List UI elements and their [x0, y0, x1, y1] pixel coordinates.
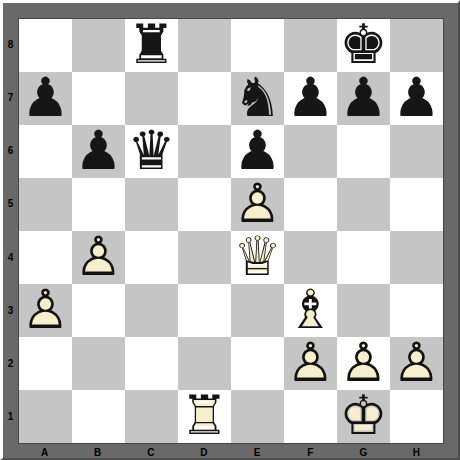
- square-h5[interactable]: [390, 178, 443, 231]
- square-h8[interactable]: [390, 19, 443, 72]
- white-pawn[interactable]: ♟♙: [390, 337, 443, 390]
- square-d4[interactable]: [178, 231, 231, 284]
- rank-label: 1: [3, 390, 18, 443]
- square-g8[interactable]: ♚: [337, 19, 390, 72]
- black-pawn[interactable]: ♟: [19, 72, 72, 125]
- square-g4[interactable]: [337, 231, 390, 284]
- square-h3[interactable]: [390, 284, 443, 337]
- square-b5[interactable]: [72, 178, 125, 231]
- square-a4[interactable]: [19, 231, 72, 284]
- square-f6[interactable]: [284, 125, 337, 178]
- black-pawn[interactable]: ♟: [231, 125, 284, 178]
- square-b6[interactable]: ♟: [72, 125, 125, 178]
- rank-label: 6: [3, 124, 18, 177]
- file-labels: ABCDEFGH: [18, 444, 443, 460]
- white-king[interactable]: ♚♔: [337, 390, 390, 443]
- black-pawn[interactable]: ♟: [390, 72, 443, 125]
- square-a7[interactable]: ♟: [19, 72, 72, 125]
- rank-label: 8: [3, 18, 18, 71]
- rank-label: 5: [3, 177, 18, 230]
- black-pawn[interactable]: ♟: [337, 72, 390, 125]
- square-g6[interactable]: [337, 125, 390, 178]
- square-b2[interactable]: [72, 337, 125, 390]
- square-c4[interactable]: [125, 231, 178, 284]
- square-d2[interactable]: [178, 337, 231, 390]
- square-g1[interactable]: ♚♔: [337, 390, 390, 443]
- file-label: A: [18, 444, 71, 460]
- square-e6[interactable]: ♟: [231, 125, 284, 178]
- rank-label: 2: [3, 337, 18, 390]
- white-queen[interactable]: ♛♕: [231, 231, 284, 284]
- square-g7[interactable]: ♟: [337, 72, 390, 125]
- white-pawn[interactable]: ♟♙: [284, 337, 337, 390]
- square-e7[interactable]: ♞: [231, 72, 284, 125]
- square-c2[interactable]: [125, 337, 178, 390]
- square-e1[interactable]: [231, 390, 284, 443]
- square-h2[interactable]: ♟♙: [390, 337, 443, 390]
- rank-label: 3: [3, 284, 18, 337]
- square-f3[interactable]: ♝♗: [284, 284, 337, 337]
- square-d8[interactable]: [178, 19, 231, 72]
- square-b3[interactable]: [72, 284, 125, 337]
- square-b1[interactable]: [72, 390, 125, 443]
- square-b4[interactable]: ♟♙: [72, 231, 125, 284]
- rank-label: 4: [3, 231, 18, 284]
- square-e4[interactable]: ♛♕: [231, 231, 284, 284]
- black-pawn[interactable]: ♟: [284, 72, 337, 125]
- file-label: H: [390, 444, 443, 460]
- square-a3[interactable]: ♟♙: [19, 284, 72, 337]
- square-d7[interactable]: [178, 72, 231, 125]
- file-label: D: [177, 444, 230, 460]
- square-g3[interactable]: [337, 284, 390, 337]
- square-b7[interactable]: [72, 72, 125, 125]
- square-f2[interactable]: ♟♙: [284, 337, 337, 390]
- rank-label: 7: [3, 71, 18, 124]
- board-frame: 87654321 ♜♚♟♞♟♟♟♟♛♟♟♙♟♙♛♕♟♙♝♗♟♙♟♙♟♙♜♖♚♔ …: [0, 0, 460, 460]
- square-g5[interactable]: [337, 178, 390, 231]
- square-f7[interactable]: ♟: [284, 72, 337, 125]
- square-h6[interactable]: [390, 125, 443, 178]
- square-b8[interactable]: [72, 19, 125, 72]
- black-pawn[interactable]: ♟: [72, 125, 125, 178]
- square-e8[interactable]: [231, 19, 284, 72]
- square-e3[interactable]: [231, 284, 284, 337]
- square-h1[interactable]: [390, 390, 443, 443]
- square-a5[interactable]: [19, 178, 72, 231]
- file-label: G: [337, 444, 390, 460]
- square-c6[interactable]: ♛: [125, 125, 178, 178]
- square-d5[interactable]: [178, 178, 231, 231]
- white-pawn[interactable]: ♟♙: [72, 231, 125, 284]
- file-label: C: [124, 444, 177, 460]
- white-pawn[interactable]: ♟♙: [19, 284, 72, 337]
- file-label: E: [231, 444, 284, 460]
- square-c8[interactable]: ♜: [125, 19, 178, 72]
- square-a2[interactable]: [19, 337, 72, 390]
- rank-labels: 87654321: [3, 18, 18, 443]
- square-a1[interactable]: [19, 390, 72, 443]
- square-c7[interactable]: [125, 72, 178, 125]
- square-a8[interactable]: [19, 19, 72, 72]
- white-pawn[interactable]: ♟♙: [337, 337, 390, 390]
- white-bishop[interactable]: ♝♗: [284, 284, 337, 337]
- square-a6[interactable]: [19, 125, 72, 178]
- square-f5[interactable]: [284, 178, 337, 231]
- square-c5[interactable]: [125, 178, 178, 231]
- square-e2[interactable]: [231, 337, 284, 390]
- square-h7[interactable]: ♟: [390, 72, 443, 125]
- square-f4[interactable]: [284, 231, 337, 284]
- square-d6[interactable]: [178, 125, 231, 178]
- black-knight[interactable]: ♞: [231, 72, 284, 125]
- board: ♜♚♟♞♟♟♟♟♛♟♟♙♟♙♛♕♟♙♝♗♟♙♟♙♟♙♜♖♚♔: [18, 18, 444, 444]
- white-rook[interactable]: ♜♖: [178, 390, 231, 443]
- black-queen[interactable]: ♛: [125, 125, 178, 178]
- square-d3[interactable]: [178, 284, 231, 337]
- square-g2[interactable]: ♟♙: [337, 337, 390, 390]
- file-label: F: [284, 444, 337, 460]
- square-e5[interactable]: ♟♙: [231, 178, 284, 231]
- white-pawn[interactable]: ♟♙: [231, 178, 284, 231]
- square-c3[interactable]: [125, 284, 178, 337]
- black-king[interactable]: ♚: [337, 19, 390, 72]
- square-h4[interactable]: [390, 231, 443, 284]
- square-f8[interactable]: [284, 19, 337, 72]
- square-d1[interactable]: ♜♖: [178, 390, 231, 443]
- file-label: B: [71, 444, 124, 460]
- square-c1[interactable]: [125, 390, 178, 443]
- black-rook[interactable]: ♜: [125, 19, 178, 72]
- square-f1[interactable]: [284, 390, 337, 443]
